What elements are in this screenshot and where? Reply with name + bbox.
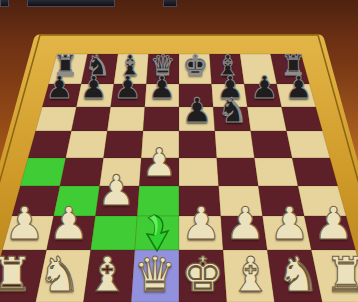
square-e4[interactable] bbox=[179, 158, 219, 186]
piece-wK-e1[interactable]: ♚ bbox=[181, 250, 224, 298]
piece-wP-h2[interactable]: ♟ bbox=[313, 201, 353, 246]
square-c6[interactable] bbox=[107, 107, 145, 131]
square-h5[interactable] bbox=[287, 131, 330, 158]
square-e5[interactable] bbox=[179, 131, 217, 158]
square-f4[interactable] bbox=[217, 158, 259, 186]
piece-wP-a2[interactable]: ♟ bbox=[4, 201, 44, 246]
square-f5[interactable] bbox=[215, 131, 255, 158]
piece-wR-a1[interactable]: ♜ bbox=[0, 250, 33, 298]
piece-bP-g7[interactable]: ♟ bbox=[251, 72, 279, 103]
piece-wN-b1[interactable]: ♞ bbox=[38, 250, 81, 298]
piece-bP-b7[interactable]: ♟ bbox=[80, 72, 108, 103]
piece-wP-d4[interactable]: ♟ bbox=[142, 143, 177, 182]
square-d6[interactable] bbox=[143, 107, 179, 131]
piece-wP-f2[interactable]: ♟ bbox=[225, 201, 265, 246]
square-c2[interactable] bbox=[91, 216, 137, 250]
piece-bK-e8[interactable]: ♚ bbox=[183, 52, 208, 80]
square-a5[interactable] bbox=[28, 131, 71, 158]
square-b6[interactable] bbox=[71, 107, 110, 131]
piece-bP-e6[interactable]: ♟ bbox=[182, 93, 212, 127]
piece-bP-c7[interactable]: ♟ bbox=[114, 72, 142, 103]
square-g6[interactable] bbox=[247, 107, 286, 131]
piece-bP-a7[interactable]: ♟ bbox=[45, 72, 73, 103]
square-g5[interactable] bbox=[251, 131, 292, 158]
piece-bN-f6[interactable]: ♞ bbox=[218, 93, 248, 127]
square-h4[interactable] bbox=[292, 158, 338, 186]
piece-wP-b2[interactable]: ♟ bbox=[48, 201, 88, 246]
piece-wQ-d1[interactable]: ♛ bbox=[134, 250, 177, 298]
piece-wB-f1[interactable]: ♝ bbox=[229, 250, 272, 298]
square-c5[interactable] bbox=[104, 131, 144, 158]
game-scene: ♜♞♝♛♚♝♜♟♟♟♟♟♟♟♟♞♟♟♟♟♟♟♟♟♜♞♝♛♚♝♞♜ bbox=[0, 0, 358, 302]
square-d2[interactable] bbox=[135, 216, 179, 250]
piece-wR-h1[interactable]: ♜ bbox=[325, 250, 358, 298]
piece-bP-h7[interactable]: ♟ bbox=[285, 72, 313, 103]
piece-wN-g1[interactable]: ♞ bbox=[277, 250, 320, 298]
square-a4[interactable] bbox=[20, 158, 66, 186]
piece-wP-g2[interactable]: ♟ bbox=[269, 201, 309, 246]
piece-wB-c1[interactable]: ♝ bbox=[86, 250, 129, 298]
piece-wP-e2[interactable]: ♟ bbox=[181, 201, 221, 246]
piece-bP-d7[interactable]: ♟ bbox=[148, 72, 176, 103]
square-a6[interactable] bbox=[36, 107, 77, 131]
square-b5[interactable] bbox=[66, 131, 107, 158]
square-h6[interactable] bbox=[282, 107, 323, 131]
square-d3[interactable] bbox=[137, 186, 179, 216]
square-g4[interactable] bbox=[254, 158, 298, 186]
piece-wP-c3[interactable]: ♟ bbox=[98, 170, 136, 212]
